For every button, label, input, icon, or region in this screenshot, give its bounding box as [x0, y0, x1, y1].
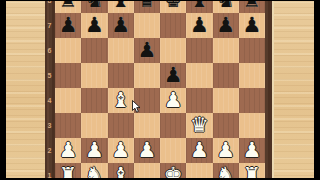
square-f5[interactable]	[186, 63, 212, 88]
letterbox-top	[0, 0, 320, 1]
piece-bP-a7[interactable]: ♟	[55, 13, 81, 38]
rank-label-7: 7	[45, 13, 54, 38]
square-g8[interactable]: ♞	[213, 0, 239, 13]
square-b4[interactable]	[81, 88, 107, 113]
piece-wP-g2[interactable]: ♟	[213, 138, 239, 163]
square-g4[interactable]	[213, 88, 239, 113]
square-c2[interactable]: ♟	[108, 138, 134, 163]
square-e5[interactable]: ♟	[160, 63, 186, 88]
piece-bP-e5[interactable]: ♟	[160, 63, 186, 88]
rank-label-5: 5	[45, 63, 54, 88]
square-a2[interactable]: ♟	[55, 138, 81, 163]
piece-bP-h7[interactable]: ♟	[239, 13, 265, 38]
square-c3[interactable]	[108, 113, 134, 138]
rank-label-4: 4	[45, 88, 54, 113]
square-d6[interactable]: ♟	[134, 38, 160, 63]
rank-label-3: 3	[45, 113, 54, 138]
square-e2[interactable]	[160, 138, 186, 163]
square-f8[interactable]: ♝	[186, 0, 212, 13]
rank-label-6: 6	[45, 38, 54, 63]
piece-wP-d2[interactable]: ♟	[134, 138, 160, 163]
square-d3[interactable]	[134, 113, 160, 138]
piece-bB-f8[interactable]: ♝	[186, 0, 212, 13]
piece-bP-d6[interactable]: ♟	[134, 38, 160, 63]
square-f6[interactable]	[186, 38, 212, 63]
square-a3[interactable]	[55, 113, 81, 138]
square-b8[interactable]: ♞	[81, 0, 107, 13]
piece-bN-b8[interactable]: ♞	[81, 0, 107, 13]
square-d2[interactable]: ♟	[134, 138, 160, 163]
piece-bB-c8[interactable]: ♝	[108, 0, 134, 13]
piece-wQ-f3[interactable]: ♛	[186, 113, 212, 138]
square-a8[interactable]: ♜	[55, 0, 81, 13]
square-d7[interactable]	[134, 13, 160, 38]
square-g6[interactable]	[213, 38, 239, 63]
square-f4[interactable]	[186, 88, 212, 113]
square-g5[interactable]	[213, 63, 239, 88]
square-b2[interactable]: ♟	[81, 138, 107, 163]
square-c8[interactable]: ♝	[108, 0, 134, 13]
rank-label-8: 8	[45, 0, 54, 13]
square-h4[interactable]	[239, 88, 265, 113]
square-g7[interactable]: ♟	[213, 13, 239, 38]
square-c6[interactable]	[108, 38, 134, 63]
piece-bP-b7[interactable]: ♟	[81, 13, 107, 38]
piece-wP-a2[interactable]: ♟	[55, 138, 81, 163]
square-e4[interactable]: ♟	[160, 88, 186, 113]
square-b3[interactable]	[81, 113, 107, 138]
piece-bP-f7[interactable]: ♟	[186, 13, 212, 38]
square-c4[interactable]: ♝	[108, 88, 134, 113]
chess-app-screen: ♜♞♝♛♚♝♞♜♟♟♟♟♟♟♟♟♝♟♛♟♟♟♟♟♟♟♜♞♝♚♞♜ 8765432…	[0, 0, 320, 180]
square-h5[interactable]	[239, 63, 265, 88]
square-h8[interactable]: ♜	[239, 0, 265, 13]
piece-bK-e8[interactable]: ♚	[160, 0, 186, 13]
mouse-cursor-icon	[132, 100, 141, 113]
piece-bP-c7[interactable]: ♟	[108, 13, 134, 38]
piece-wP-h2[interactable]: ♟	[239, 138, 265, 163]
square-b6[interactable]	[81, 38, 107, 63]
piece-wP-e4[interactable]: ♟	[160, 88, 186, 113]
piece-bQ-d8[interactable]: ♛	[134, 0, 160, 13]
square-b7[interactable]: ♟	[81, 13, 107, 38]
square-h2[interactable]: ♟	[239, 138, 265, 163]
square-e7[interactable]	[160, 13, 186, 38]
square-g3[interactable]	[213, 113, 239, 138]
square-h6[interactable]	[239, 38, 265, 63]
square-f2[interactable]: ♟	[186, 138, 212, 163]
chess-board[interactable]: ♜♞♝♛♚♝♞♜♟♟♟♟♟♟♟♟♝♟♛♟♟♟♟♟♟♟♜♞♝♚♞♜	[55, 0, 265, 180]
piece-bP-g7[interactable]: ♟	[213, 13, 239, 38]
square-h3[interactable]	[239, 113, 265, 138]
square-a5[interactable]	[55, 63, 81, 88]
piece-bN-g8[interactable]: ♞	[213, 0, 239, 13]
square-e6[interactable]	[160, 38, 186, 63]
square-e3[interactable]	[160, 113, 186, 138]
square-a7[interactable]: ♟	[55, 13, 81, 38]
square-f3[interactable]: ♛	[186, 113, 212, 138]
piece-wP-b2[interactable]: ♟	[81, 138, 107, 163]
square-d8[interactable]: ♛	[134, 0, 160, 13]
piece-wB-c4[interactable]: ♝	[108, 88, 134, 113]
letterbox-bottom	[0, 178, 320, 180]
piece-wP-c2[interactable]: ♟	[108, 138, 134, 163]
piece-wP-f2[interactable]: ♟	[186, 138, 212, 163]
square-g2[interactable]: ♟	[213, 138, 239, 163]
piece-bR-a8[interactable]: ♜	[55, 0, 81, 13]
square-a6[interactable]	[55, 38, 81, 63]
piece-bR-h8[interactable]: ♜	[239, 0, 265, 13]
rank-label-2: 2	[45, 138, 54, 163]
square-f7[interactable]: ♟	[186, 13, 212, 38]
square-a4[interactable]	[55, 88, 81, 113]
square-h7[interactable]: ♟	[239, 13, 265, 38]
square-d5[interactable]	[134, 63, 160, 88]
square-c5[interactable]	[108, 63, 134, 88]
square-b5[interactable]	[81, 63, 107, 88]
square-c7[interactable]: ♟	[108, 13, 134, 38]
square-e8[interactable]: ♚	[160, 0, 186, 13]
